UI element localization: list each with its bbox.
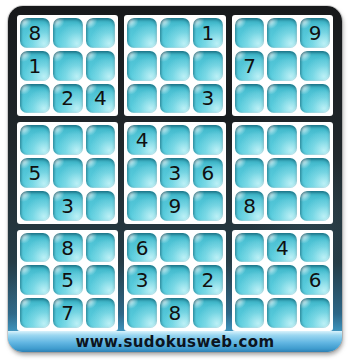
cell-r3c2: 2 <box>53 84 83 114</box>
cell-r4c4: 4 <box>127 125 157 155</box>
cell-r2c5[interactable] <box>160 51 190 81</box>
cell-r2c1: 1 <box>20 51 50 81</box>
cell-r5c5: 3 <box>160 158 190 188</box>
cell-r7c8: 4 <box>267 233 297 263</box>
cell-r6c6[interactable] <box>193 191 223 221</box>
box-3-1: 857 <box>17 230 118 331</box>
given-digit: 6 <box>136 238 149 258</box>
cell-r5c7[interactable] <box>235 158 265 188</box>
box-2-1: 53 <box>17 122 118 223</box>
given-digit: 8 <box>169 303 182 323</box>
given-digit: 8 <box>61 238 74 258</box>
cell-r7c3[interactable] <box>86 233 116 263</box>
given-digit: 1 <box>201 23 214 43</box>
box-3-3: 46 <box>232 230 333 331</box>
given-digit: 4 <box>94 88 107 108</box>
cell-r6c8[interactable] <box>267 191 297 221</box>
cell-r7c1[interactable] <box>20 233 50 263</box>
cell-r1c6: 1 <box>193 18 223 48</box>
cell-r9c1[interactable] <box>20 298 50 328</box>
cell-r5c9[interactable] <box>300 158 330 188</box>
cell-r3c1[interactable] <box>20 84 50 114</box>
cell-r4c7[interactable] <box>235 125 265 155</box>
box-1-1: 8124 <box>17 15 118 116</box>
cell-r6c3[interactable] <box>86 191 116 221</box>
cell-r3c3: 4 <box>86 84 116 114</box>
cell-r1c3[interactable] <box>86 18 116 48</box>
cell-r8c5[interactable] <box>160 265 190 295</box>
cell-r9c7[interactable] <box>235 298 265 328</box>
cell-r5c1: 5 <box>20 158 50 188</box>
cell-r7c2: 8 <box>53 233 83 263</box>
cell-r4c2[interactable] <box>53 125 83 155</box>
given-digit: 6 <box>309 270 322 290</box>
cell-r8c8[interactable] <box>267 265 297 295</box>
box-2-2: 4369 <box>124 122 225 223</box>
cell-r6c1[interactable] <box>20 191 50 221</box>
cell-r8c2: 5 <box>53 265 83 295</box>
cell-r7c7[interactable] <box>235 233 265 263</box>
cell-r5c3[interactable] <box>86 158 116 188</box>
box-3-2: 6328 <box>124 230 225 331</box>
cell-r8c3[interactable] <box>86 265 116 295</box>
sudoku-app-frame: 812413975343698857632846 www.sudokusweb.… <box>8 6 342 352</box>
cell-r1c8[interactable] <box>267 18 297 48</box>
box-2-3: 8 <box>232 122 333 223</box>
cell-r9c9[interactable] <box>300 298 330 328</box>
cell-r2c6[interactable] <box>193 51 223 81</box>
cell-r9c5: 8 <box>160 298 190 328</box>
given-digit: 1 <box>29 56 42 76</box>
sudoku-board: 812413975343698857632846 <box>17 15 333 331</box>
cell-r8c1[interactable] <box>20 265 50 295</box>
cell-r5c6: 6 <box>193 158 223 188</box>
cell-r7c9[interactable] <box>300 233 330 263</box>
cell-r3c9[interactable] <box>300 84 330 114</box>
cell-r2c8[interactable] <box>267 51 297 81</box>
cell-r5c8[interactable] <box>267 158 297 188</box>
cell-r9c8[interactable] <box>267 298 297 328</box>
given-digit: 5 <box>29 163 42 183</box>
cell-r6c5: 9 <box>160 191 190 221</box>
cell-r4c3[interactable] <box>86 125 116 155</box>
cell-r4c1[interactable] <box>20 125 50 155</box>
cell-r4c8[interactable] <box>267 125 297 155</box>
cell-r8c6: 2 <box>193 265 223 295</box>
given-digit: 8 <box>243 196 256 216</box>
box-1-2: 13 <box>124 15 225 116</box>
cell-r6c9[interactable] <box>300 191 330 221</box>
cell-r3c4[interactable] <box>127 84 157 114</box>
cell-r6c7: 8 <box>235 191 265 221</box>
cell-r4c5[interactable] <box>160 125 190 155</box>
cell-r2c4[interactable] <box>127 51 157 81</box>
cell-r1c9: 9 <box>300 18 330 48</box>
cell-r5c2[interactable] <box>53 158 83 188</box>
cell-r9c3[interactable] <box>86 298 116 328</box>
cell-r9c6[interactable] <box>193 298 223 328</box>
cell-r8c4: 3 <box>127 265 157 295</box>
given-digit: 3 <box>136 270 149 290</box>
cell-r1c2[interactable] <box>53 18 83 48</box>
cell-r2c7: 7 <box>235 51 265 81</box>
cell-r9c2: 7 <box>53 298 83 328</box>
cell-r8c9: 6 <box>300 265 330 295</box>
cell-r7c5[interactable] <box>160 233 190 263</box>
given-digit: 7 <box>61 303 74 323</box>
cell-r1c7[interactable] <box>235 18 265 48</box>
cell-r3c7[interactable] <box>235 84 265 114</box>
cell-r5c4[interactable] <box>127 158 157 188</box>
given-digit: 2 <box>201 270 214 290</box>
cell-r2c9[interactable] <box>300 51 330 81</box>
cell-r9c4[interactable] <box>127 298 157 328</box>
cell-r3c5[interactable] <box>160 84 190 114</box>
given-digit: 7 <box>243 56 256 76</box>
given-digit: 9 <box>309 23 322 43</box>
given-digit: 3 <box>169 163 182 183</box>
cell-r7c6[interactable] <box>193 233 223 263</box>
cell-r3c6: 3 <box>193 84 223 114</box>
cell-r8c7[interactable] <box>235 265 265 295</box>
given-digit: 8 <box>29 23 42 43</box>
cell-r1c1: 8 <box>20 18 50 48</box>
given-digit: 3 <box>201 88 214 108</box>
given-digit: 5 <box>61 270 74 290</box>
cell-r6c4[interactable] <box>127 191 157 221</box>
footer-bar: www.sudokusweb.com <box>8 331 342 352</box>
cell-r7c4: 6 <box>127 233 157 263</box>
given-digit: 9 <box>169 196 182 216</box>
page-background: 812413975343698857632846 www.sudokusweb.… <box>0 0 350 360</box>
box-1-3: 97 <box>232 15 333 116</box>
given-digit: 6 <box>201 163 214 183</box>
cell-r4c9[interactable] <box>300 125 330 155</box>
given-digit: 3 <box>61 196 74 216</box>
given-digit: 4 <box>276 238 289 258</box>
given-digit: 2 <box>61 88 74 108</box>
site-url[interactable]: www.sudokusweb.com <box>75 333 274 351</box>
cell-r6c2: 3 <box>53 191 83 221</box>
cell-r1c5[interactable] <box>160 18 190 48</box>
cell-r3c8[interactable] <box>267 84 297 114</box>
cell-r2c3[interactable] <box>86 51 116 81</box>
cell-r1c4[interactable] <box>127 18 157 48</box>
cell-r2c2[interactable] <box>53 51 83 81</box>
given-digit: 4 <box>136 130 149 150</box>
cell-r4c6[interactable] <box>193 125 223 155</box>
